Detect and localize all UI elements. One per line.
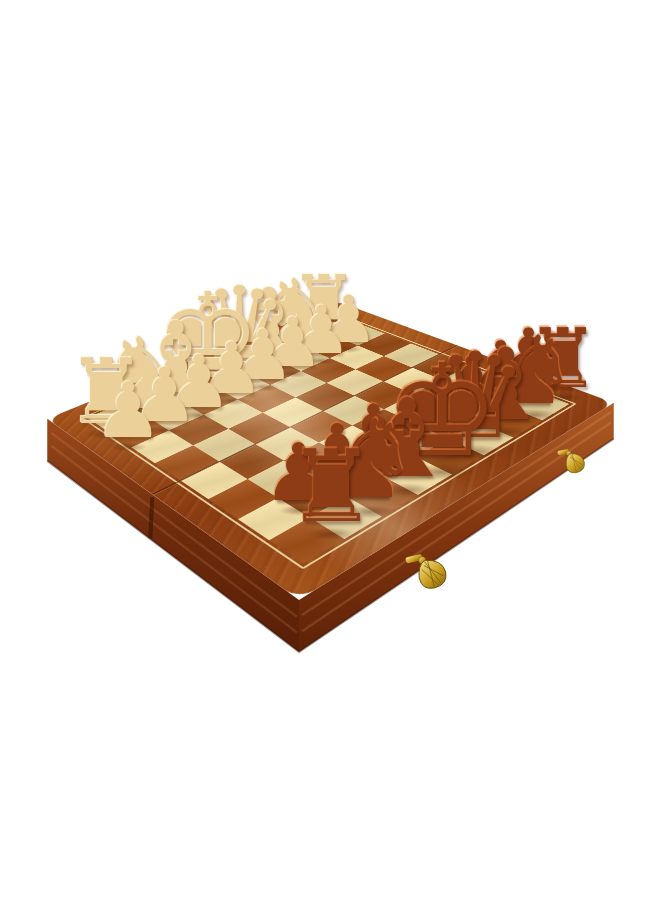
chess-set-photo: ♜♟♟♜♞♟♟♞♝♟♟♝♛♟♟♛♚♟♟♚♝♟♟♝♞♟♟♞♜♟♟♜ (0, 0, 660, 900)
clasp-icon (554, 442, 591, 479)
hinge-seam (150, 497, 152, 538)
clasp-icon (403, 545, 456, 598)
